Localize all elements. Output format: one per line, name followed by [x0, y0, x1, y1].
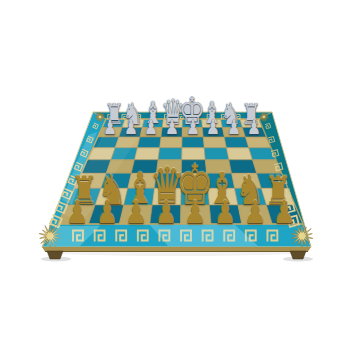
- piece-brass-pawn-b1[interactable]: ♟: [96, 197, 118, 229]
- piece-silver-pawn-g7[interactable]: ♟: [227, 118, 241, 138]
- piece-silver-pawn-a7[interactable]: ♟: [103, 118, 117, 138]
- piece-silver-pawn-e7[interactable]: ♟: [186, 118, 200, 138]
- piece-brass-pawn-c1[interactable]: ♟: [125, 197, 147, 229]
- piece-brass-pawn-f1[interactable]: ♟: [214, 197, 236, 229]
- piece-brass-pawn-e1[interactable]: ♟: [184, 197, 206, 229]
- piece-silver-pawn-h7[interactable]: ♟: [247, 118, 261, 138]
- piece-brass-pawn-a1[interactable]: ♟: [66, 197, 88, 229]
- piece-silver-pawn-d7[interactable]: ♟: [165, 118, 179, 138]
- piece-brass-pawn-g1[interactable]: ♟: [244, 197, 266, 229]
- board-foot-right: [290, 251, 306, 259]
- greek-key-motif: [50, 215, 62, 227]
- board-foot-left: [47, 251, 63, 259]
- square-g5[interactable]: [227, 148, 253, 160]
- board-edge: [42, 247, 311, 252]
- piece-silver-pawn-f7[interactable]: ♟: [206, 118, 220, 138]
- piece-brass-pawn-h1[interactable]: ♟: [273, 197, 295, 229]
- piece-brass-pawn-d1[interactable]: ♟: [155, 197, 177, 229]
- piece-silver-pawn-c7[interactable]: ♟: [144, 118, 158, 138]
- chess-set-photo: ♜♞♝♛♚♝♞♜♟♟♟♟♟♟♟♟♜♞♝♛♚♝♞♜♟♟♟♟♟♟♟♟: [0, 0, 350, 350]
- piece-silver-pawn-b7[interactable]: ♟: [124, 118, 138, 138]
